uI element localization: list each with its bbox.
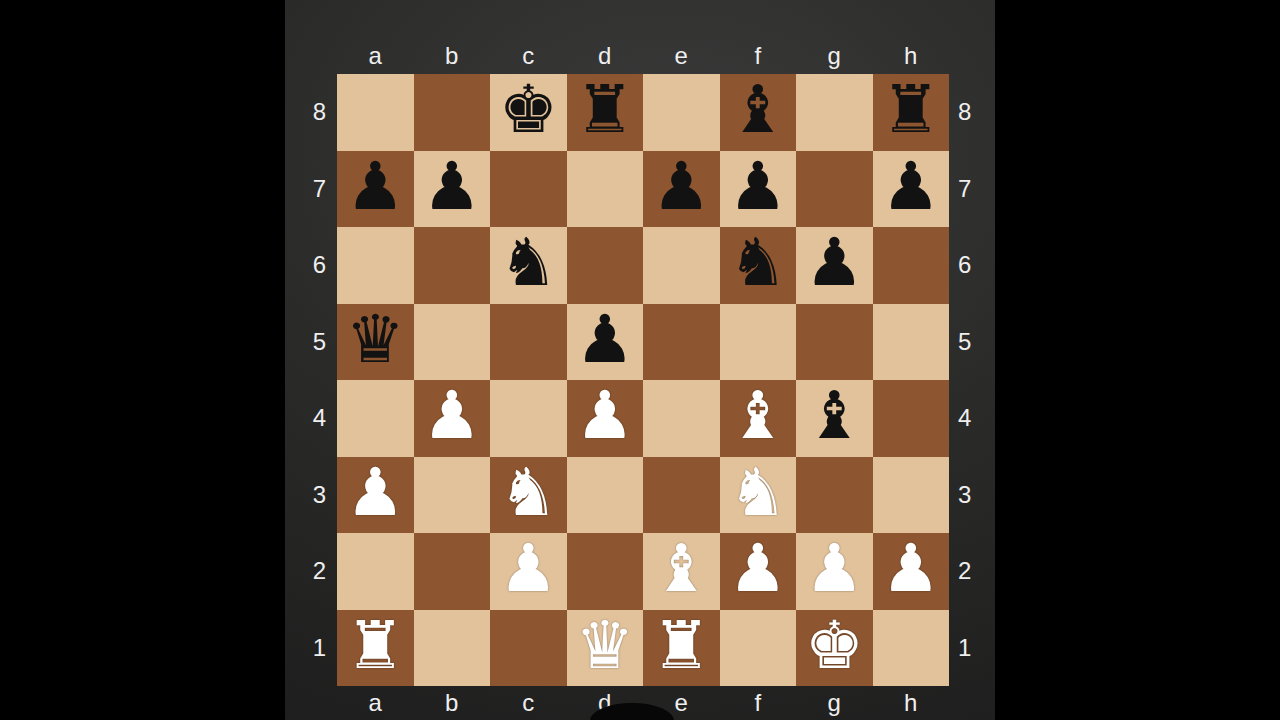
square-b1[interactable] xyxy=(414,610,491,687)
rank-label-right-8: 8 xyxy=(949,74,995,151)
piece-black-rook[interactable]: ♜ xyxy=(575,77,634,143)
square-b2[interactable] xyxy=(414,533,491,610)
square-g8[interactable] xyxy=(796,74,873,151)
square-h5[interactable] xyxy=(873,304,950,381)
piece-black-rook[interactable]: ♜ xyxy=(881,77,940,143)
square-g1[interactable]: ♚ xyxy=(796,610,873,687)
square-c6[interactable]: ♞ xyxy=(490,227,567,304)
square-b8[interactable] xyxy=(414,74,491,151)
square-a7[interactable]: ♟ xyxy=(337,151,414,228)
square-h4[interactable] xyxy=(873,380,950,457)
piece-black-pawn[interactable]: ♟ xyxy=(881,154,940,220)
square-g6[interactable]: ♟ xyxy=(796,227,873,304)
piece-white-pawn[interactable]: ♟ xyxy=(575,383,634,449)
square-a3[interactable]: ♟ xyxy=(337,457,414,534)
rank-labels-right: 87654321 xyxy=(949,74,995,686)
square-c3[interactable]: ♞ xyxy=(490,457,567,534)
square-a4[interactable] xyxy=(337,380,414,457)
square-h1[interactable] xyxy=(873,610,950,687)
file-label-bottom-h: h xyxy=(873,687,950,719)
file-label-top-f: f xyxy=(720,40,797,72)
rank-label-left-7: 7 xyxy=(285,151,337,228)
piece-black-bishop[interactable]: ♝ xyxy=(728,77,787,143)
square-g5[interactable] xyxy=(796,304,873,381)
file-label-top-g: g xyxy=(796,40,873,72)
piece-white-pawn[interactable]: ♟ xyxy=(346,460,405,526)
square-h2[interactable]: ♟ xyxy=(873,533,950,610)
rank-label-right-2: 2 xyxy=(949,533,995,610)
piece-black-pawn[interactable]: ♟ xyxy=(805,230,864,296)
piece-white-rook[interactable]: ♜ xyxy=(346,613,405,679)
rank-label-left-6: 6 xyxy=(285,227,337,304)
square-h8[interactable]: ♜ xyxy=(873,74,950,151)
square-h7[interactable]: ♟ xyxy=(873,151,950,228)
square-d2[interactable] xyxy=(567,533,644,610)
square-c1[interactable] xyxy=(490,610,567,687)
piece-white-bishop[interactable]: ♝ xyxy=(728,383,787,449)
square-c2[interactable]: ♟ xyxy=(490,533,567,610)
rank-label-right-4: 4 xyxy=(949,380,995,457)
file-label-top-d: d xyxy=(567,40,644,72)
square-e6[interactable] xyxy=(643,227,720,304)
square-g3[interactable] xyxy=(796,457,873,534)
chess-board: ♚♜♝♜♟♟♟♟♟♞♞♟♛♟♟♟♝♝♟♞♞♟♝♟♟♟♜♛♜♚ xyxy=(337,74,949,686)
square-b3[interactable] xyxy=(414,457,491,534)
square-d6[interactable] xyxy=(567,227,644,304)
file-label-bottom-a: a xyxy=(337,687,414,719)
square-a5[interactable]: ♛ xyxy=(337,304,414,381)
square-f7[interactable]: ♟ xyxy=(720,151,797,228)
square-e7[interactable]: ♟ xyxy=(643,151,720,228)
file-label-bottom-c: c xyxy=(490,687,567,719)
square-f4[interactable]: ♝ xyxy=(720,380,797,457)
square-h3[interactable] xyxy=(873,457,950,534)
piece-black-pawn[interactable]: ♟ xyxy=(422,154,481,220)
square-c8[interactable]: ♚ xyxy=(490,74,567,151)
square-a8[interactable] xyxy=(337,74,414,151)
square-f1[interactable] xyxy=(720,610,797,687)
rank-label-right-6: 6 xyxy=(949,227,995,304)
square-d3[interactable] xyxy=(567,457,644,534)
piece-black-bishop[interactable]: ♝ xyxy=(805,383,864,449)
square-e3[interactable] xyxy=(643,457,720,534)
piece-black-pawn[interactable]: ♟ xyxy=(652,154,711,220)
piece-black-pawn[interactable]: ♟ xyxy=(728,154,787,220)
piece-black-knight[interactable]: ♞ xyxy=(499,230,558,296)
piece-black-queen[interactable]: ♛ xyxy=(346,307,405,373)
file-labels-top: abcdefgh xyxy=(337,40,949,72)
square-f2[interactable]: ♟ xyxy=(720,533,797,610)
square-b4[interactable]: ♟ xyxy=(414,380,491,457)
square-a1[interactable]: ♜ xyxy=(337,610,414,687)
file-label-top-b: b xyxy=(414,40,491,72)
square-e4[interactable] xyxy=(643,380,720,457)
square-e5[interactable] xyxy=(643,304,720,381)
piece-white-pawn[interactable]: ♟ xyxy=(728,536,787,602)
file-label-top-e: e xyxy=(643,40,720,72)
rank-labels-left: 87654321 xyxy=(285,74,337,686)
piece-white-bishop[interactable]: ♝ xyxy=(652,536,711,602)
square-d5[interactable]: ♟ xyxy=(567,304,644,381)
square-f3[interactable]: ♞ xyxy=(720,457,797,534)
piece-black-pawn[interactable]: ♟ xyxy=(346,154,405,220)
square-d8[interactable]: ♜ xyxy=(567,74,644,151)
rank-label-left-8: 8 xyxy=(285,74,337,151)
piece-white-knight[interactable]: ♞ xyxy=(728,460,787,526)
square-e2[interactable]: ♝ xyxy=(643,533,720,610)
rank-label-left-4: 4 xyxy=(285,380,337,457)
piece-white-pawn[interactable]: ♟ xyxy=(499,536,558,602)
rank-label-left-5: 5 xyxy=(285,304,337,381)
piece-black-pawn[interactable]: ♟ xyxy=(575,307,634,373)
square-f5[interactable] xyxy=(720,304,797,381)
piece-white-pawn[interactable]: ♟ xyxy=(422,383,481,449)
file-label-top-h: h xyxy=(873,40,950,72)
square-c7[interactable] xyxy=(490,151,567,228)
board-panel: abcdefgh 87654321 ♚♜♝♜♟♟♟♟♟♞♞♟♛♟♟♟♝♝♟♞♞♟… xyxy=(285,0,995,720)
rank-label-right-3: 3 xyxy=(949,457,995,534)
piece-black-king[interactable]: ♚ xyxy=(499,77,558,143)
square-g7[interactable] xyxy=(796,151,873,228)
rank-label-left-2: 2 xyxy=(285,533,337,610)
rank-label-right-1: 1 xyxy=(949,610,995,687)
square-d7[interactable] xyxy=(567,151,644,228)
rank-label-right-7: 7 xyxy=(949,151,995,228)
piece-white-pawn[interactable]: ♟ xyxy=(805,536,864,602)
square-f6[interactable]: ♞ xyxy=(720,227,797,304)
square-h6[interactable] xyxy=(873,227,950,304)
file-label-top-c: c xyxy=(490,40,567,72)
square-e1[interactable]: ♜ xyxy=(643,610,720,687)
file-label-bottom-g: g xyxy=(796,687,873,719)
piece-white-rook[interactable]: ♜ xyxy=(652,613,711,679)
piece-white-pawn[interactable]: ♟ xyxy=(881,536,940,602)
square-b7[interactable]: ♟ xyxy=(414,151,491,228)
file-label-bottom-b: b xyxy=(414,687,491,719)
square-f8[interactable]: ♝ xyxy=(720,74,797,151)
square-b5[interactable] xyxy=(414,304,491,381)
rank-label-left-1: 1 xyxy=(285,610,337,687)
piece-black-knight[interactable]: ♞ xyxy=(728,230,787,296)
square-e8[interactable] xyxy=(643,74,720,151)
square-d1[interactable]: ♛ xyxy=(567,610,644,687)
piece-white-king[interactable]: ♚ xyxy=(805,613,864,679)
square-c5[interactable] xyxy=(490,304,567,381)
screen: abcdefgh 87654321 ♚♜♝♜♟♟♟♟♟♞♞♟♛♟♟♟♝♝♟♞♞♟… xyxy=(0,0,1280,720)
file-label-bottom-f: f xyxy=(720,687,797,719)
file-label-top-a: a xyxy=(337,40,414,72)
square-g4[interactable]: ♝ xyxy=(796,380,873,457)
square-b6[interactable] xyxy=(414,227,491,304)
piece-white-queen[interactable]: ♛ xyxy=(575,613,634,679)
rank-label-right-5: 5 xyxy=(949,304,995,381)
piece-white-knight[interactable]: ♞ xyxy=(499,460,558,526)
square-a2[interactable] xyxy=(337,533,414,610)
square-d4[interactable]: ♟ xyxy=(567,380,644,457)
square-a6[interactable] xyxy=(337,227,414,304)
rank-label-left-3: 3 xyxy=(285,457,337,534)
square-g2[interactable]: ♟ xyxy=(796,533,873,610)
square-c4[interactable] xyxy=(490,380,567,457)
